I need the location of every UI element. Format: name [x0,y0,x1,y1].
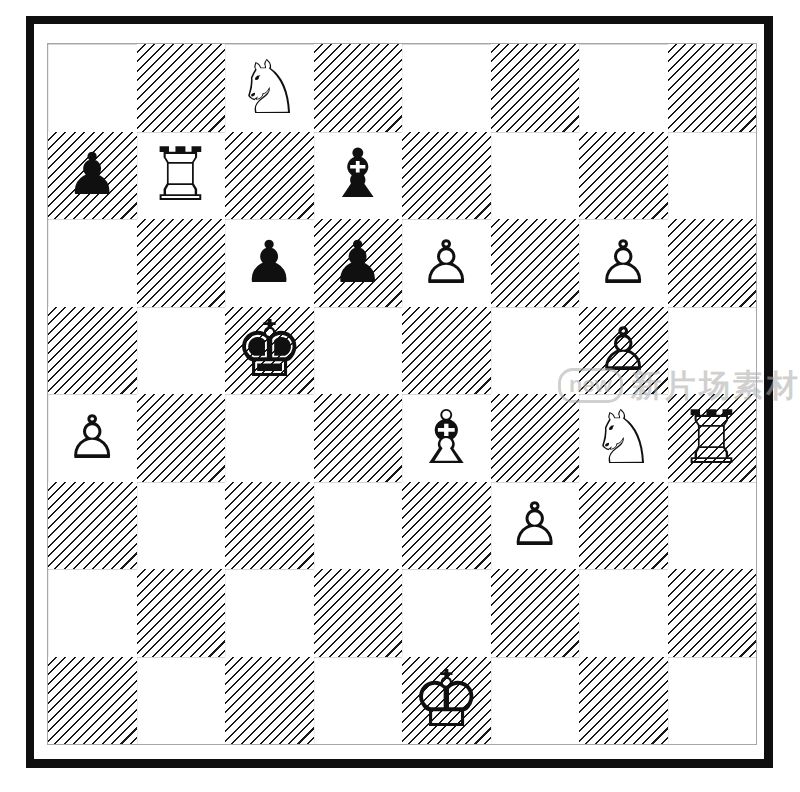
square-a7[interactable]: ♟ [48,132,137,220]
piece-white-pawn[interactable]: ♙ [596,319,650,379]
square-f8[interactable] [491,44,580,132]
square-b7[interactable]: ♖ [137,132,226,220]
piece-white-king[interactable]: ♔ [411,660,481,738]
square-h6[interactable] [668,219,757,307]
square-d6[interactable]: ♟ [314,219,403,307]
piece-black-king[interactable]: ♚ [234,310,304,388]
square-h3[interactable] [668,482,757,570]
square-a3[interactable] [48,482,137,570]
square-c3[interactable] [225,482,314,570]
square-b6[interactable] [137,219,226,307]
piece-white-pawn[interactable]: ♙ [508,494,562,554]
square-f5[interactable] [491,307,580,395]
piece-white-pawn[interactable]: ♙ [65,407,119,467]
square-h4[interactable]: ♖ [668,394,757,482]
square-c7[interactable] [225,132,314,220]
square-b2[interactable] [137,569,226,657]
square-e1[interactable]: ♔ [402,657,491,745]
piece-black-pawn[interactable]: ♟ [332,233,384,291]
engraved-chess-diagram: ♘♟♖♝♟♟♙♙♚♙♙♗♘♖♙♔ new 新片场素材 [0,0,800,792]
chess-board: ♘♟♖♝♟♟♙♙♚♙♙♗♘♖♙♔ [48,44,756,744]
square-g5[interactable]: ♙ [579,307,668,395]
square-b4[interactable] [137,394,226,482]
square-g6[interactable]: ♙ [579,219,668,307]
square-g8[interactable] [579,44,668,132]
square-f3[interactable]: ♙ [491,482,580,570]
square-d8[interactable] [314,44,403,132]
piece-white-bishop[interactable]: ♗ [413,400,479,474]
square-e6[interactable]: ♙ [402,219,491,307]
piece-black-pawn[interactable]: ♟ [66,145,118,203]
square-c8[interactable]: ♘ [225,44,314,132]
square-f1[interactable] [491,657,580,745]
square-d3[interactable] [314,482,403,570]
square-a4[interactable]: ♙ [48,394,137,482]
piece-black-pawn[interactable]: ♟ [243,233,295,291]
square-f4[interactable] [491,394,580,482]
piece-white-rook[interactable]: ♖ [679,400,745,474]
square-h8[interactable] [668,44,757,132]
square-e8[interactable] [402,44,491,132]
square-g4[interactable]: ♘ [579,394,668,482]
square-e2[interactable] [402,569,491,657]
square-d5[interactable] [314,307,403,395]
square-d1[interactable] [314,657,403,745]
square-g1[interactable] [579,657,668,745]
square-d4[interactable] [314,394,403,482]
square-e3[interactable] [402,482,491,570]
square-b5[interactable] [137,307,226,395]
square-c5[interactable]: ♚ [225,307,314,395]
square-c4[interactable] [225,394,314,482]
square-h5[interactable] [668,307,757,395]
square-g2[interactable] [579,569,668,657]
square-f2[interactable] [491,569,580,657]
square-c1[interactable] [225,657,314,745]
square-a8[interactable] [48,44,137,132]
square-e5[interactable] [402,307,491,395]
square-d7[interactable]: ♝ [314,132,403,220]
piece-white-knight[interactable]: ♘ [236,50,302,124]
piece-white-pawn[interactable]: ♙ [596,232,650,292]
piece-white-pawn[interactable]: ♙ [419,232,473,292]
square-b1[interactable] [137,657,226,745]
piece-black-bishop[interactable]: ♝ [327,140,388,208]
square-g3[interactable] [579,482,668,570]
square-a1[interactable] [48,657,137,745]
square-c6[interactable]: ♟ [225,219,314,307]
square-e4[interactable]: ♗ [402,394,491,482]
square-a6[interactable] [48,219,137,307]
square-b3[interactable] [137,482,226,570]
square-h2[interactable] [668,569,757,657]
square-h1[interactable] [668,657,757,745]
square-c2[interactable] [225,569,314,657]
square-g7[interactable] [579,132,668,220]
square-a5[interactable] [48,307,137,395]
square-a2[interactable] [48,569,137,657]
square-d2[interactable] [314,569,403,657]
piece-white-rook[interactable]: ♖ [148,137,214,211]
square-h7[interactable] [668,132,757,220]
square-e7[interactable] [402,132,491,220]
square-f6[interactable] [491,219,580,307]
square-f7[interactable] [491,132,580,220]
piece-white-knight[interactable]: ♘ [590,400,656,474]
square-b8[interactable] [137,44,226,132]
